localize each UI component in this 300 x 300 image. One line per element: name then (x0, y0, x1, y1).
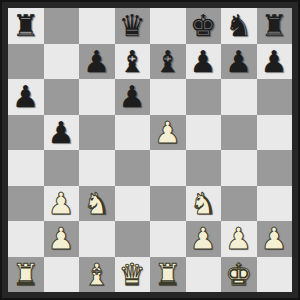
square-f5[interactable] (186, 115, 222, 151)
piece-white-knight[interactable]: ♞ (190, 186, 217, 221)
square-e8[interactable] (150, 8, 186, 44)
square-c6[interactable] (79, 79, 115, 115)
square-f3[interactable]: ♞ (186, 186, 222, 222)
piece-black-bishop[interactable]: ♝ (154, 44, 181, 79)
square-a5[interactable] (8, 115, 44, 151)
square-h7[interactable]: ♟ (257, 44, 293, 80)
square-f7[interactable]: ♟ (186, 44, 222, 80)
square-f6[interactable] (186, 79, 222, 115)
piece-black-rook[interactable]: ♜ (261, 8, 288, 43)
square-a1[interactable]: ♜ (8, 257, 44, 293)
square-b6[interactable] (44, 79, 80, 115)
square-a8[interactable]: ♜ (8, 8, 44, 44)
square-d2[interactable] (115, 221, 151, 257)
piece-white-pawn[interactable]: ♟ (48, 186, 75, 221)
square-b2[interactable]: ♟ (44, 221, 80, 257)
square-c5[interactable] (79, 115, 115, 151)
square-h8[interactable]: ♜ (257, 8, 293, 44)
square-d5[interactable] (115, 115, 151, 151)
piece-black-pawn[interactable]: ♟ (83, 44, 110, 79)
square-f1[interactable] (186, 257, 222, 293)
square-e7[interactable]: ♝ (150, 44, 186, 80)
square-e3[interactable] (150, 186, 186, 222)
square-g6[interactable] (221, 79, 257, 115)
square-h2[interactable]: ♟ (257, 221, 293, 257)
piece-white-pawn[interactable]: ♟ (190, 221, 217, 256)
square-c3[interactable]: ♞ (79, 186, 115, 222)
piece-black-pawn[interactable]: ♟ (12, 79, 39, 114)
square-h1[interactable] (257, 257, 293, 293)
piece-white-pawn[interactable]: ♟ (225, 221, 252, 256)
piece-black-knight[interactable]: ♞ (225, 8, 252, 43)
square-g4[interactable] (221, 150, 257, 186)
square-e6[interactable] (150, 79, 186, 115)
square-a6[interactable]: ♟ (8, 79, 44, 115)
square-f2[interactable]: ♟ (186, 221, 222, 257)
square-b4[interactable] (44, 150, 80, 186)
square-b3[interactable]: ♟ (44, 186, 80, 222)
square-g8[interactable]: ♞ (221, 8, 257, 44)
piece-black-rook[interactable]: ♜ (12, 8, 39, 43)
square-d3[interactable] (115, 186, 151, 222)
piece-white-queen[interactable]: ♛ (119, 257, 146, 292)
square-c7[interactable]: ♟ (79, 44, 115, 80)
square-a3[interactable] (8, 186, 44, 222)
square-e2[interactable] (150, 221, 186, 257)
piece-black-pawn[interactable]: ♟ (225, 44, 252, 79)
square-g3[interactable] (221, 186, 257, 222)
piece-white-rook[interactable]: ♜ (12, 257, 39, 292)
square-g7[interactable]: ♟ (221, 44, 257, 80)
piece-white-pawn[interactable]: ♟ (154, 115, 181, 150)
square-a2[interactable] (8, 221, 44, 257)
board-frame: ♜♛♚♞♜♟♝♝♟♟♟♟♟♟♟♟♞♞♟♟♟♟♜♝♛♜♚ (0, 0, 300, 300)
square-f4[interactable] (186, 150, 222, 186)
piece-black-pawn[interactable]: ♟ (119, 79, 146, 114)
piece-black-queen[interactable]: ♛ (119, 8, 146, 43)
piece-white-knight[interactable]: ♞ (83, 186, 110, 221)
square-c8[interactable] (79, 8, 115, 44)
square-f8[interactable]: ♚ (186, 8, 222, 44)
square-c4[interactable] (79, 150, 115, 186)
piece-white-bishop[interactable]: ♝ (83, 257, 110, 292)
piece-black-pawn[interactable]: ♟ (48, 115, 75, 150)
square-c2[interactable] (79, 221, 115, 257)
piece-white-pawn[interactable]: ♟ (48, 221, 75, 256)
square-d7[interactable]: ♝ (115, 44, 151, 80)
square-h6[interactable] (257, 79, 293, 115)
square-a4[interactable] (8, 150, 44, 186)
piece-black-bishop[interactable]: ♝ (119, 44, 146, 79)
square-h5[interactable] (257, 115, 293, 151)
square-g1[interactable]: ♚ (221, 257, 257, 293)
piece-white-rook[interactable]: ♜ (154, 257, 181, 292)
square-h4[interactable] (257, 150, 293, 186)
piece-white-king[interactable]: ♚ (225, 257, 252, 292)
square-d8[interactable]: ♛ (115, 8, 151, 44)
square-e5[interactable]: ♟ (150, 115, 186, 151)
square-b1[interactable] (44, 257, 80, 293)
square-d1[interactable]: ♛ (115, 257, 151, 293)
piece-white-pawn[interactable]: ♟ (261, 221, 288, 256)
chess-board: ♜♛♚♞♜♟♝♝♟♟♟♟♟♟♟♟♞♞♟♟♟♟♜♝♛♜♚ (8, 8, 292, 292)
square-d6[interactable]: ♟ (115, 79, 151, 115)
piece-black-pawn[interactable]: ♟ (261, 44, 288, 79)
square-b5[interactable]: ♟ (44, 115, 80, 151)
square-b8[interactable] (44, 8, 80, 44)
square-g2[interactable]: ♟ (221, 221, 257, 257)
square-a7[interactable] (8, 44, 44, 80)
square-h3[interactable] (257, 186, 293, 222)
square-g5[interactable] (221, 115, 257, 151)
piece-black-pawn[interactable]: ♟ (190, 44, 217, 79)
square-e1[interactable]: ♜ (150, 257, 186, 293)
square-e4[interactable] (150, 150, 186, 186)
square-b7[interactable] (44, 44, 80, 80)
square-d4[interactable] (115, 150, 151, 186)
square-c1[interactable]: ♝ (79, 257, 115, 293)
piece-black-king[interactable]: ♚ (190, 8, 217, 43)
